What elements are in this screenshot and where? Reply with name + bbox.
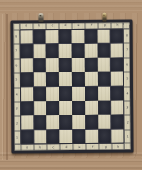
square-c2 [47,115,60,129]
square-g6 [98,58,111,72]
square-a4 [21,87,34,101]
coord-label: 3 [125,101,131,116]
wood-grain-bottom [0,152,142,170]
square-h1 [111,129,124,143]
square-g5 [98,72,111,86]
wood-grain-streak [6,14,8,160]
square-h4 [111,86,124,100]
coord-label: 5 [124,72,130,87]
square-a6 [20,58,33,72]
square-d1 [60,130,73,144]
square-e6 [72,58,85,72]
square-f1 [85,129,98,143]
coord-label: 8 [124,28,130,43]
square-c5 [46,73,59,87]
square-g2 [98,115,111,129]
square-b4 [34,87,47,101]
rank-labels-right: 87654321 [124,28,131,144]
square-g7 [98,44,111,58]
square-f8 [85,29,98,43]
square-a2 [21,116,34,130]
square-b3 [34,101,47,115]
square-a3 [21,101,34,115]
square-f3 [85,101,98,115]
square-d3 [59,101,72,115]
square-h7 [111,43,124,57]
coord-label: g [99,144,112,150]
wood-grain-streak [136,24,137,154]
square-b8 [33,30,46,44]
square-d8 [59,30,72,44]
square-h6 [111,58,124,72]
square-d2 [60,115,73,129]
square-a7 [20,44,33,58]
coord-label: f [86,144,99,150]
coord-label: 1 [125,129,131,144]
square-c3 [47,101,60,115]
square-h3 [111,101,124,115]
coord-label: a [20,145,33,151]
coord-label: 4 [124,86,130,101]
square-b1 [34,130,47,144]
coord-label: h [112,144,125,150]
coord-label: 6 [124,57,130,72]
square-f4 [85,87,98,101]
square-c6 [46,58,59,72]
square-d4 [59,87,72,101]
square-e3 [72,101,85,115]
square-f7 [85,44,98,58]
squares-grid [19,28,125,145]
square-c1 [47,130,60,144]
strip-corner [125,144,131,150]
square-a8 [20,30,33,44]
square-f2 [85,115,98,129]
coord-label: e [72,144,85,150]
coordinate-strip: abcdefgh abcdefgh 87654321 87654321 [13,22,131,151]
square-a5 [20,73,33,87]
square-a1 [21,130,34,144]
square-e7 [72,44,85,58]
square-f6 [85,58,98,72]
square-g1 [98,129,111,143]
square-h2 [111,115,124,129]
wood-grain-top [0,0,142,11]
wood-grain-streak [2,14,3,160]
board-frame: abcdefgh abcdefgh 87654321 87654321 [10,20,133,154]
square-g3 [98,101,111,115]
coord-label: d [59,144,72,150]
square-b7 [33,44,46,58]
coord-label: 2 [125,115,131,130]
square-d7 [59,44,72,58]
square-e2 [72,115,85,129]
square-h5 [111,72,124,86]
square-b5 [33,73,46,87]
chessboard: abcdefgh abcdefgh 87654321 87654321 [10,20,133,154]
square-c7 [46,44,59,58]
coord-label: 7 [124,43,130,58]
square-c8 [46,30,59,44]
square-d5 [59,72,72,86]
square-e1 [73,130,86,144]
square-g4 [98,86,111,100]
square-g8 [98,29,111,43]
square-b6 [33,58,46,72]
square-h8 [111,29,124,43]
square-e8 [72,29,85,43]
square-d6 [59,58,72,72]
square-e5 [72,72,85,86]
square-e4 [72,87,85,101]
square-c4 [46,87,59,101]
square-b2 [34,116,47,130]
coord-label: b [33,145,46,151]
coord-label: c [46,145,59,151]
file-labels-bottom: abcdefgh [20,144,125,151]
square-f5 [85,72,98,86]
